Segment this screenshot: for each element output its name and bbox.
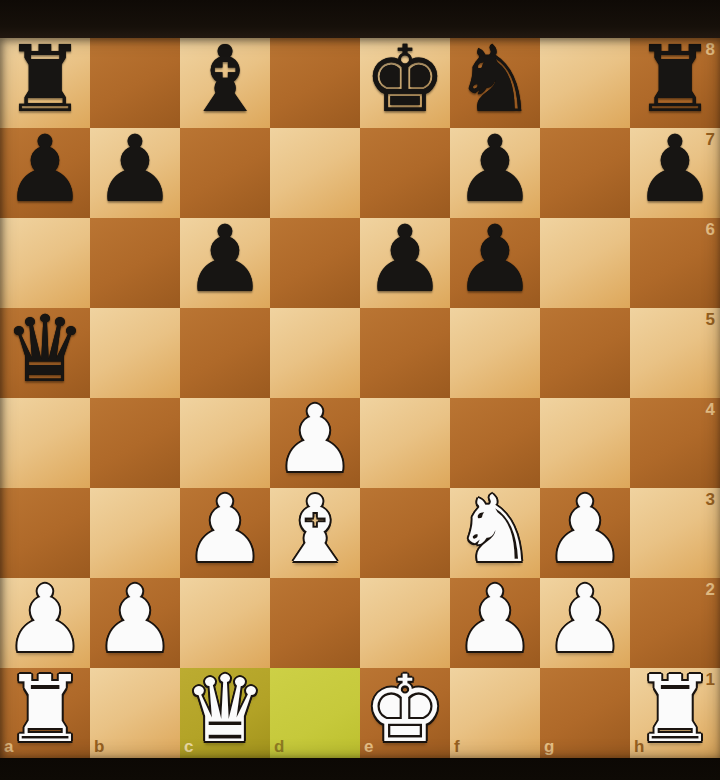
coord-rank-3: 3 bbox=[706, 491, 715, 508]
piece-white-pawn[interactable]: ♟ bbox=[4, 575, 86, 665]
board-frame-bottom bbox=[0, 758, 720, 780]
square-a1[interactable]: ♜a bbox=[0, 668, 90, 758]
piece-white-pawn[interactable]: ♟ bbox=[544, 575, 626, 665]
square-b2[interactable]: ♟ bbox=[90, 578, 180, 668]
square-d3[interactable]: ♝ bbox=[270, 488, 360, 578]
piece-white-rook[interactable]: ♜ bbox=[634, 665, 716, 755]
square-c8[interactable]: ♝ bbox=[180, 38, 270, 128]
square-e5[interactable] bbox=[360, 308, 450, 398]
square-b6[interactable] bbox=[90, 218, 180, 308]
square-h3[interactable]: 3 bbox=[630, 488, 720, 578]
piece-black-pawn[interactable]: ♟ bbox=[454, 215, 536, 305]
square-g1[interactable]: g bbox=[540, 668, 630, 758]
square-b5[interactable] bbox=[90, 308, 180, 398]
square-g4[interactable] bbox=[540, 398, 630, 488]
square-c7[interactable] bbox=[180, 128, 270, 218]
piece-white-pawn[interactable]: ♟ bbox=[544, 485, 626, 575]
square-c1[interactable]: ♛c bbox=[180, 668, 270, 758]
piece-black-bishop[interactable]: ♝ bbox=[184, 35, 266, 125]
square-a7[interactable]: ♟ bbox=[0, 128, 90, 218]
square-h6[interactable]: 6 bbox=[630, 218, 720, 308]
square-f2[interactable]: ♟ bbox=[450, 578, 540, 668]
square-c6[interactable]: ♟ bbox=[180, 218, 270, 308]
piece-black-pawn[interactable]: ♟ bbox=[94, 125, 176, 215]
square-f5[interactable] bbox=[450, 308, 540, 398]
square-b7[interactable]: ♟ bbox=[90, 128, 180, 218]
square-a2[interactable]: ♟ bbox=[0, 578, 90, 668]
square-a3[interactable] bbox=[0, 488, 90, 578]
square-g2[interactable]: ♟ bbox=[540, 578, 630, 668]
square-d1[interactable]: d bbox=[270, 668, 360, 758]
piece-black-rook[interactable]: ♜ bbox=[634, 35, 716, 125]
piece-black-pawn[interactable]: ♟ bbox=[184, 215, 266, 305]
square-f4[interactable] bbox=[450, 398, 540, 488]
piece-black-king[interactable]: ♚ bbox=[364, 35, 446, 125]
coord-file-g: g bbox=[544, 738, 554, 755]
square-g6[interactable] bbox=[540, 218, 630, 308]
square-g5[interactable] bbox=[540, 308, 630, 398]
square-g8[interactable] bbox=[540, 38, 630, 128]
coord-file-f: f bbox=[454, 738, 460, 755]
square-c4[interactable] bbox=[180, 398, 270, 488]
square-e3[interactable] bbox=[360, 488, 450, 578]
coord-rank-6: 6 bbox=[706, 221, 715, 238]
chess-board: ♜♝♚♞♜8♟♟♟♟7♟♟♟6♛5♟4♟♝♞♟3♟♟♟♟2♜ab♛cd♚efg♜… bbox=[0, 38, 720, 758]
square-h7[interactable]: ♟7 bbox=[630, 128, 720, 218]
piece-black-queen[interactable]: ♛ bbox=[4, 305, 86, 395]
board-frame-top bbox=[0, 0, 720, 38]
piece-black-pawn[interactable]: ♟ bbox=[454, 125, 536, 215]
coord-rank-4: 4 bbox=[706, 401, 715, 418]
piece-white-knight[interactable]: ♞ bbox=[454, 485, 536, 575]
square-d4[interactable]: ♟ bbox=[270, 398, 360, 488]
square-b3[interactable] bbox=[90, 488, 180, 578]
piece-white-queen[interactable]: ♛ bbox=[184, 665, 266, 755]
square-c3[interactable]: ♟ bbox=[180, 488, 270, 578]
piece-white-pawn[interactable]: ♟ bbox=[274, 395, 356, 485]
piece-black-knight[interactable]: ♞ bbox=[454, 35, 536, 125]
square-d6[interactable] bbox=[270, 218, 360, 308]
piece-black-pawn[interactable]: ♟ bbox=[364, 215, 446, 305]
piece-white-pawn[interactable]: ♟ bbox=[94, 575, 176, 665]
coord-rank-5: 5 bbox=[706, 311, 715, 328]
square-f7[interactable]: ♟ bbox=[450, 128, 540, 218]
square-g3[interactable]: ♟ bbox=[540, 488, 630, 578]
square-d8[interactable] bbox=[270, 38, 360, 128]
piece-white-pawn[interactable]: ♟ bbox=[184, 485, 266, 575]
coord-rank-2: 2 bbox=[706, 581, 715, 598]
piece-white-bishop[interactable]: ♝ bbox=[274, 485, 356, 575]
square-f3[interactable]: ♞ bbox=[450, 488, 540, 578]
chess-app: ♜♝♚♞♜8♟♟♟♟7♟♟♟6♛5♟4♟♝♞♟3♟♟♟♟2♜ab♛cd♚efg♜… bbox=[0, 0, 720, 780]
square-e4[interactable] bbox=[360, 398, 450, 488]
square-h1[interactable]: ♜1h bbox=[630, 668, 720, 758]
square-e2[interactable] bbox=[360, 578, 450, 668]
square-f1[interactable]: f bbox=[450, 668, 540, 758]
piece-black-pawn[interactable]: ♟ bbox=[634, 125, 716, 215]
piece-white-king[interactable]: ♚ bbox=[364, 665, 446, 755]
square-a6[interactable] bbox=[0, 218, 90, 308]
square-h5[interactable]: 5 bbox=[630, 308, 720, 398]
square-c5[interactable] bbox=[180, 308, 270, 398]
square-a5[interactable]: ♛ bbox=[0, 308, 90, 398]
square-h2[interactable]: 2 bbox=[630, 578, 720, 668]
square-c2[interactable] bbox=[180, 578, 270, 668]
square-d7[interactable] bbox=[270, 128, 360, 218]
square-b1[interactable]: b bbox=[90, 668, 180, 758]
square-d2[interactable] bbox=[270, 578, 360, 668]
square-e7[interactable] bbox=[360, 128, 450, 218]
square-d5[interactable] bbox=[270, 308, 360, 398]
square-h8[interactable]: ♜8 bbox=[630, 38, 720, 128]
square-b4[interactable] bbox=[90, 398, 180, 488]
square-e6[interactable]: ♟ bbox=[360, 218, 450, 308]
piece-white-rook[interactable]: ♜ bbox=[4, 665, 86, 755]
coord-file-d: d bbox=[274, 738, 284, 755]
square-e1[interactable]: ♚e bbox=[360, 668, 450, 758]
square-e8[interactable]: ♚ bbox=[360, 38, 450, 128]
square-a8[interactable]: ♜ bbox=[0, 38, 90, 128]
square-h4[interactable]: 4 bbox=[630, 398, 720, 488]
coord-file-b: b bbox=[94, 738, 104, 755]
square-f6[interactable]: ♟ bbox=[450, 218, 540, 308]
square-g7[interactable] bbox=[540, 128, 630, 218]
square-b8[interactable] bbox=[90, 38, 180, 128]
piece-white-pawn[interactable]: ♟ bbox=[454, 575, 536, 665]
square-f8[interactable]: ♞ bbox=[450, 38, 540, 128]
square-a4[interactable] bbox=[0, 398, 90, 488]
piece-black-rook[interactable]: ♜ bbox=[4, 35, 86, 125]
piece-black-pawn[interactable]: ♟ bbox=[4, 125, 86, 215]
